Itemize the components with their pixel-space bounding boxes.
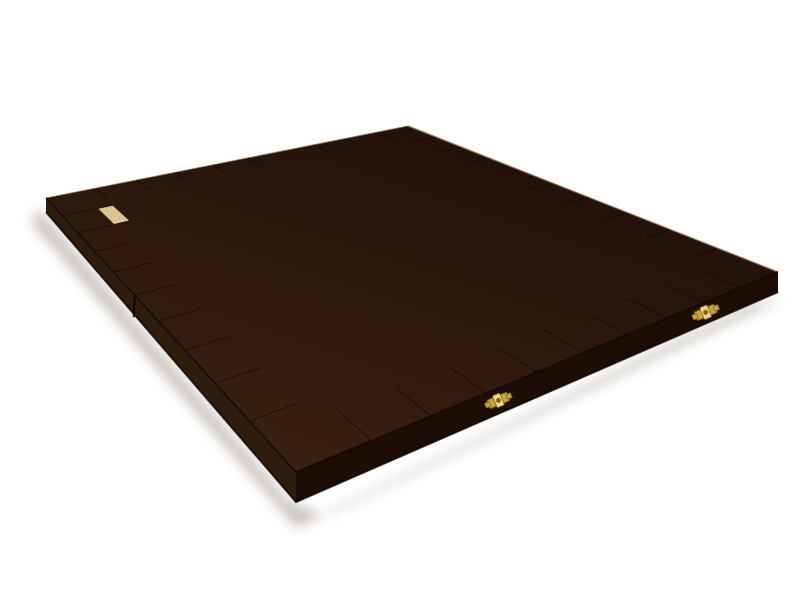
board-frame bbox=[46, 126, 778, 472]
chess-set-photo bbox=[0, 0, 800, 600]
board-top-surface bbox=[46, 126, 778, 472]
fold-seam-side bbox=[134, 295, 135, 317]
board-scene bbox=[0, 0, 800, 600]
